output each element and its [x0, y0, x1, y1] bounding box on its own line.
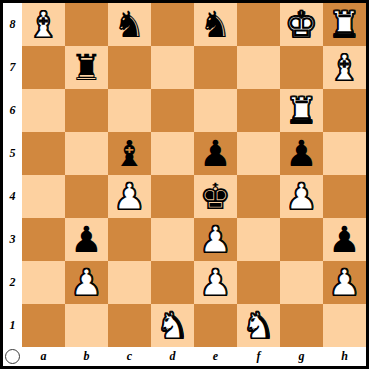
white-pawn-b2: ♟ — [70, 265, 102, 301]
square-a3[interactable] — [22, 218, 65, 261]
file-label-a: a — [22, 347, 65, 366]
black-pawn-b3: ♟ — [70, 222, 102, 258]
white-rook-g6: ♜ — [285, 93, 317, 129]
black-pawn-h3: ♟ — [328, 222, 360, 258]
black-king-e4: ♚ — [199, 179, 231, 215]
chessboard: 8♝♞♞♚♜7♜♝6♜5♝♟♟4♟♚♟3♟♟♟2♟♟♟1♞♞abcdefgh — [3, 3, 366, 366]
square-h5[interactable] — [323, 132, 366, 175]
square-d2[interactable] — [151, 261, 194, 304]
white-bishop-a8: ♝ — [27, 7, 59, 43]
black-knight-e8: ♞ — [199, 7, 231, 43]
white-rook-h8: ♜ — [328, 7, 360, 43]
file-label-d: d — [151, 347, 194, 366]
square-d6[interactable] — [151, 89, 194, 132]
black-bishop-c5: ♝ — [113, 136, 145, 172]
white-pawn-e3: ♟ — [199, 222, 231, 258]
square-h4[interactable] — [323, 175, 366, 218]
square-d8[interactable] — [151, 3, 194, 46]
square-c7[interactable] — [108, 46, 151, 89]
square-e3[interactable]: ♟ — [194, 218, 237, 261]
file-label-g: g — [280, 347, 323, 366]
rank-label-2: 2 — [3, 261, 22, 304]
square-f1[interactable]: ♞ — [237, 304, 280, 347]
square-a7[interactable] — [22, 46, 65, 89]
square-c1[interactable] — [108, 304, 151, 347]
square-b3[interactable]: ♟ — [65, 218, 108, 261]
square-h6[interactable] — [323, 89, 366, 132]
black-knight-c8: ♞ — [113, 7, 145, 43]
square-b7[interactable]: ♜ — [65, 46, 108, 89]
square-g2[interactable] — [280, 261, 323, 304]
square-e2[interactable]: ♟ — [194, 261, 237, 304]
square-g8[interactable]: ♚ — [280, 3, 323, 46]
black-pawn-g5: ♟ — [285, 136, 317, 172]
square-a4[interactable] — [22, 175, 65, 218]
square-c8[interactable]: ♞ — [108, 3, 151, 46]
square-f5[interactable] — [237, 132, 280, 175]
square-a8[interactable]: ♝ — [22, 3, 65, 46]
square-f8[interactable] — [237, 3, 280, 46]
square-e8[interactable]: ♞ — [194, 3, 237, 46]
white-knight-f1: ♞ — [242, 308, 274, 344]
white-king-g8: ♚ — [285, 7, 317, 43]
square-a2[interactable] — [22, 261, 65, 304]
square-c5[interactable]: ♝ — [108, 132, 151, 175]
square-d1[interactable]: ♞ — [151, 304, 194, 347]
square-c6[interactable] — [108, 89, 151, 132]
square-h3[interactable]: ♟ — [323, 218, 366, 261]
square-f3[interactable] — [237, 218, 280, 261]
white-pawn-g4: ♟ — [285, 179, 317, 215]
square-b5[interactable] — [65, 132, 108, 175]
white-pawn-e2: ♟ — [199, 265, 231, 301]
square-d4[interactable] — [151, 175, 194, 218]
square-e7[interactable] — [194, 46, 237, 89]
square-h7[interactable]: ♝ — [323, 46, 366, 89]
square-d5[interactable] — [151, 132, 194, 175]
rank-label-1: 1 — [3, 304, 22, 347]
square-a1[interactable] — [22, 304, 65, 347]
square-f2[interactable] — [237, 261, 280, 304]
chess-diagram-frame: 8♝♞♞♚♜7♜♝6♜5♝♟♟4♟♚♟3♟♟♟2♟♟♟1♞♞abcdefgh — [0, 0, 369, 369]
file-label-c: c — [108, 347, 151, 366]
square-h1[interactable] — [323, 304, 366, 347]
square-g3[interactable] — [280, 218, 323, 261]
square-b1[interactable] — [65, 304, 108, 347]
white-pawn-h2: ♟ — [328, 265, 360, 301]
rank-label-3: 3 — [3, 218, 22, 261]
white-bishop-h7: ♝ — [328, 50, 360, 86]
rank-label-6: 6 — [3, 89, 22, 132]
file-label-b: b — [65, 347, 108, 366]
square-f7[interactable] — [237, 46, 280, 89]
white-pawn-c4: ♟ — [113, 179, 145, 215]
file-label-e: e — [194, 347, 237, 366]
rank-label-4: 4 — [3, 175, 22, 218]
square-g5[interactable]: ♟ — [280, 132, 323, 175]
square-f6[interactable] — [237, 89, 280, 132]
square-d3[interactable] — [151, 218, 194, 261]
rank-label-5: 5 — [3, 132, 22, 175]
square-e5[interactable]: ♟ — [194, 132, 237, 175]
square-a6[interactable] — [22, 89, 65, 132]
square-h2[interactable]: ♟ — [323, 261, 366, 304]
square-f4[interactable] — [237, 175, 280, 218]
square-g4[interactable]: ♟ — [280, 175, 323, 218]
turn-indicator-cell — [3, 347, 22, 366]
file-label-h: h — [323, 347, 366, 366]
square-e4[interactable]: ♚ — [194, 175, 237, 218]
file-label-f: f — [237, 347, 280, 366]
square-g1[interactable] — [280, 304, 323, 347]
square-d7[interactable] — [151, 46, 194, 89]
square-b4[interactable] — [65, 175, 108, 218]
white-to-move-indicator — [5, 349, 20, 364]
square-c4[interactable]: ♟ — [108, 175, 151, 218]
square-a5[interactable] — [22, 132, 65, 175]
square-h8[interactable]: ♜ — [323, 3, 366, 46]
square-c3[interactable] — [108, 218, 151, 261]
white-knight-d1: ♞ — [156, 308, 188, 344]
square-b6[interactable] — [65, 89, 108, 132]
square-e6[interactable] — [194, 89, 237, 132]
square-e1[interactable] — [194, 304, 237, 347]
rank-label-8: 8 — [3, 3, 22, 46]
square-g7[interactable] — [280, 46, 323, 89]
square-g6[interactable]: ♜ — [280, 89, 323, 132]
rank-label-7: 7 — [3, 46, 22, 89]
square-c2[interactable] — [108, 261, 151, 304]
square-b8[interactable] — [65, 3, 108, 46]
square-b2[interactable]: ♟ — [65, 261, 108, 304]
black-pawn-e5: ♟ — [199, 136, 231, 172]
black-rook-b7: ♜ — [70, 50, 102, 86]
